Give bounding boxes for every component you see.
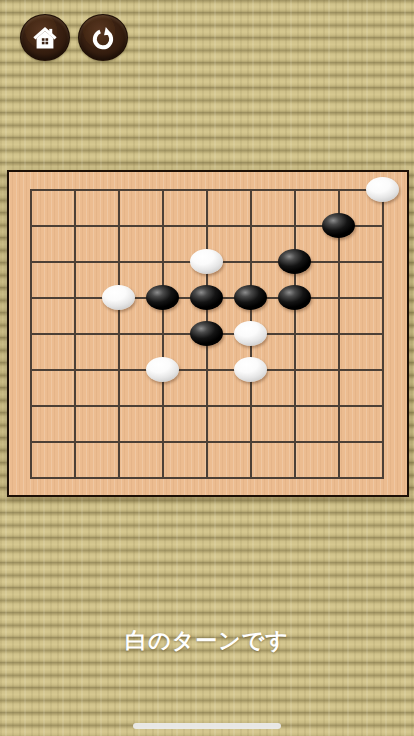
intersection-9-1[interactable]: ○ [360, 171, 404, 207]
intersection-5-5[interactable]: ● [184, 315, 228, 351]
home-button[interactable] [20, 14, 70, 61]
restart-icon [88, 24, 118, 52]
intersection-6-4[interactable]: ● [228, 279, 272, 315]
intersection-5-3[interactable]: ○ [184, 243, 228, 279]
game-screen: ○●○●○●●●●●○○○ 白のターンです [0, 0, 414, 736]
intersection-3-4[interactable]: ○ [96, 279, 140, 315]
black-stone: ● [190, 321, 223, 346]
game-board[interactable]: ○●○●○●●●●●○○○ [7, 170, 409, 497]
stone-grid[interactable]: ○●○●○●●●●●○○○ [8, 171, 404, 495]
white-stone: ○ [190, 249, 223, 274]
intersection-7-3[interactable]: ● [272, 243, 316, 279]
intersection-8-2[interactable]: ● [316, 207, 360, 243]
intersection-7-4[interactable]: ● [272, 279, 316, 315]
intersection-6-5[interactable]: ○ [228, 315, 272, 351]
restart-button[interactable] [78, 14, 128, 61]
white-stone: ○ [146, 357, 179, 382]
turn-status-text: 白のターンです [0, 626, 414, 656]
black-stone: ● [278, 249, 311, 274]
black-stone: ● [146, 285, 179, 310]
intersection-4-4[interactable]: ● [140, 279, 184, 315]
intersection-5-4[interactable]: ● [184, 279, 228, 315]
black-stone: ● [190, 285, 223, 310]
intersection-6-6[interactable]: ○ [228, 351, 272, 387]
black-stone: ● [278, 285, 311, 310]
black-stone: ● [234, 285, 267, 310]
intersection-4-6[interactable]: ○ [140, 351, 184, 387]
white-stone: ○ [102, 285, 135, 310]
white-stone: ○ [366, 177, 399, 202]
white-stone: ○ [234, 357, 267, 382]
home-icon [30, 24, 60, 52]
white-stone: ○ [234, 321, 267, 346]
home-indicator[interactable] [133, 723, 281, 729]
black-stone: ● [322, 213, 355, 238]
